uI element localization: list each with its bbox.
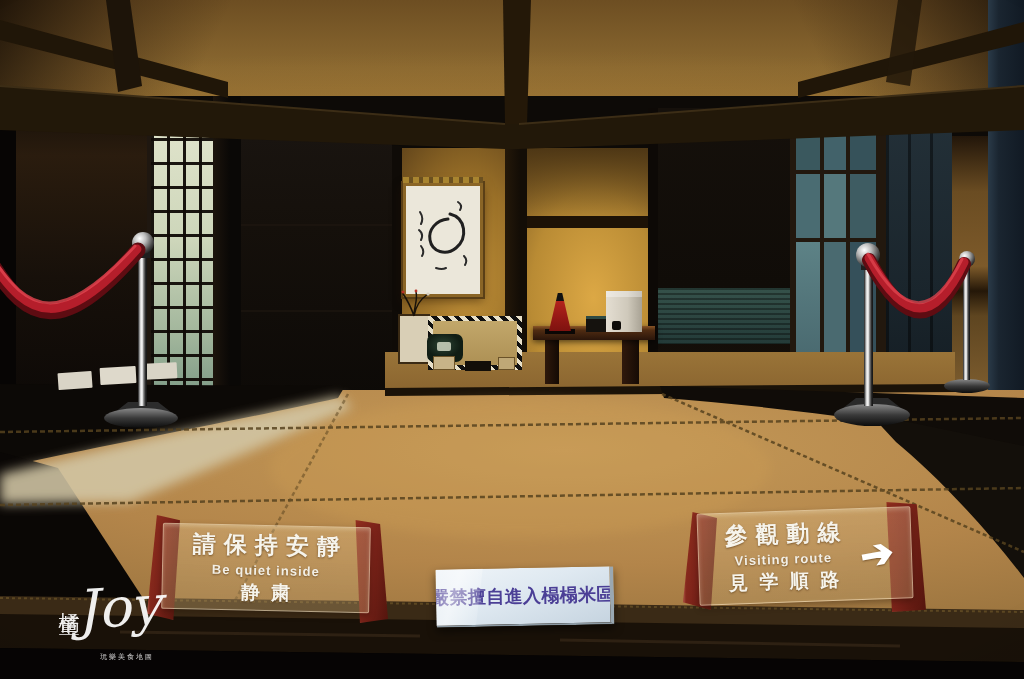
quiet-sign-en: Be quiet inside: [212, 562, 320, 579]
rope-right: [868, 254, 964, 312]
ikebana-branch: [401, 290, 429, 316]
watermark-caption: 玩樂美食地圖: [100, 652, 154, 662]
rope-left: [0, 246, 138, 312]
photo-watermark: 橘董 Joy 玩樂美食地圖: [14, 592, 204, 677]
no-entry-text: 嚴禁擅自進入榻榻米區: [435, 582, 614, 610]
roof-post-left: [106, 0, 142, 92]
center-post-upper: [503, 0, 531, 124]
watermark-script-text: Joy: [74, 573, 163, 642]
no-entry-plate: 嚴禁擅自進入榻榻米區: [435, 566, 614, 628]
quiet-sign-ja: 静粛: [229, 579, 302, 607]
roof-post-right: [886, 0, 922, 86]
route-sign-zh: 參觀動線: [716, 516, 849, 552]
route-sign-ja: 見学順路: [717, 566, 851, 597]
arrow-right-icon: ➔: [856, 531, 896, 576]
route-sign-plate: 參觀動線 Visiting route 見学順路 ➔: [696, 506, 913, 605]
no-entry-sign: 嚴禁擅自進入榻榻米區: [432, 560, 622, 638]
route-sign: 參觀動線 Visiting route 見学順路 ➔: [678, 496, 930, 618]
quiet-sign-zh: 請保持安靜: [185, 528, 349, 562]
route-sign-en: Visiting route: [734, 550, 832, 568]
route-sign-row: 參觀動線 Visiting route 見学順路 ➔: [715, 515, 894, 597]
tatami-room-photo: 請保持安靜 Be quiet inside 静粛 嚴禁擅自進入榻榻米區 參觀動線…: [0, 0, 1024, 679]
